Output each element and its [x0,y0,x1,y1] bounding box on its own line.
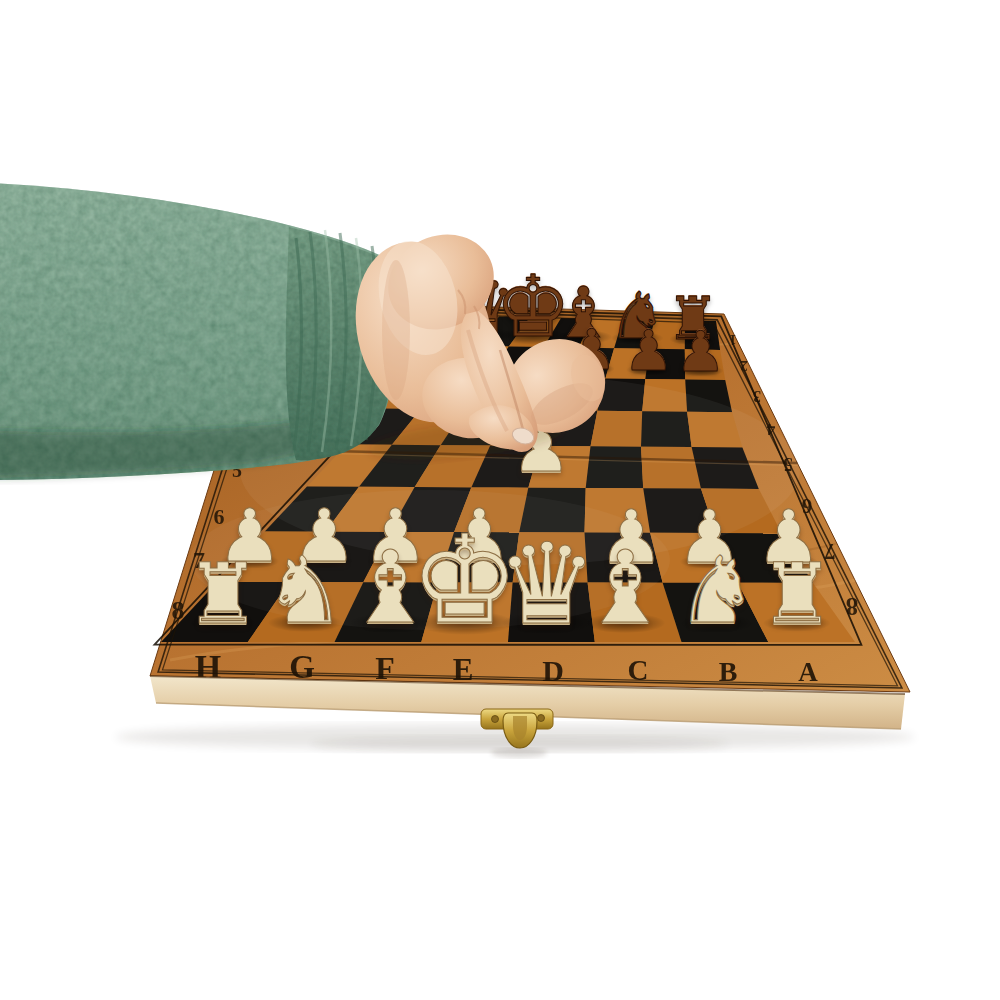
file-label-C: C [628,654,649,686]
scene: HGFEDCBA1234567812345678 ♛♚♝♞♜♟♟♟♟♟♟♟♟♟♟… [0,0,1000,1000]
rank-label-left-2: 2 [268,358,276,375]
rank-label-left-5: 5 [232,459,242,481]
piece-dark-pawn-a2[interactable]: ♟ [675,324,725,380]
rank-label-right-8: 8 [846,593,859,620]
file-label-A: A [798,657,818,687]
piece-light-rook-h8[interactable]: ♜ [185,552,260,636]
rank-label-right-5: 5 [783,454,793,475]
file-label-B: B [719,656,738,687]
rank-label-left-3: 3 [258,389,267,408]
piece-light-rook-a8[interactable]: ♜ [760,552,835,636]
rank-label-right-4: 4 [766,420,775,439]
rank-label-left-4: 4 [246,424,255,444]
piece-dark-pawn-c2[interactable]: ♟ [623,323,673,379]
piece-light-bishop-c8[interactable]: ♝ [581,538,671,638]
rank-label-left-8: 8 [172,596,185,625]
piece-light-knight-g8[interactable]: ♞ [264,545,346,637]
rank-label-right-1: 1 [730,332,737,347]
piece-light-pawn-d5-held[interactable]: ♟ [512,416,571,482]
file-label-D: D [542,654,564,687]
rank-label-right-3: 3 [753,388,761,405]
piece-dark-pawn-d2[interactable]: ♟ [567,322,617,378]
rank-label-right-2: 2 [740,358,748,374]
file-label-E: E [453,652,474,687]
rank-label-left-1: 1 [277,330,285,346]
piece-light-knight-b8[interactable]: ♞ [676,545,758,637]
